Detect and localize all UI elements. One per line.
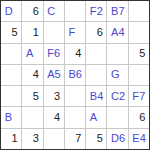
cell-pair: 6 <box>26 6 39 17</box>
cell-r1c3[interactable]: C <box>44 1 64 21</box>
cell-pair: D6 <box>111 133 124 144</box>
cell-pair: B6 <box>68 69 81 80</box>
cell-r3c5[interactable] <box>86 44 106 64</box>
cell-pair: F6 <box>47 48 60 59</box>
cell-letter: B <box>90 91 97 102</box>
cell-r1c6[interactable]: B7 <box>107 1 127 21</box>
cell-digit: 7 <box>75 133 81 144</box>
cell-r7c6[interactable]: D6 <box>107 129 127 149</box>
cell-digit: 6 <box>33 6 39 17</box>
cell-r1c7[interactable] <box>129 1 149 21</box>
cell-r3c6[interactable] <box>107 44 127 64</box>
cell-r5c5[interactable]: B4 <box>86 86 106 106</box>
cell-digit: 4 <box>140 133 146 144</box>
cell-pair: 6 <box>90 27 103 38</box>
cell-r4c2[interactable]: 4 <box>22 65 42 85</box>
cell-digit: 7 <box>139 91 145 102</box>
cell-digit: 6 <box>97 27 103 38</box>
cell-r7c7[interactable]: E4 <box>129 129 149 149</box>
cell-letter: B <box>5 112 12 123</box>
cell-r7c5[interactable]: 5 <box>86 129 106 149</box>
cell-r4c4[interactable]: B6 <box>65 65 85 85</box>
cell-pair: C2 <box>111 91 124 102</box>
cell-r4c7[interactable] <box>129 65 149 85</box>
cell-digit: 4 <box>75 48 81 59</box>
cell-r1c4[interactable] <box>65 1 85 21</box>
cell-r1c1[interactable]: D <box>1 1 21 21</box>
cell-r3c3[interactable]: F6 <box>44 44 64 64</box>
cell-letter: E <box>132 133 139 144</box>
cell-r4c1[interactable] <box>1 65 21 85</box>
cell-pair: F <box>68 27 81 38</box>
cell-pair: 4 <box>47 112 60 123</box>
cell-r2c3[interactable] <box>44 22 64 42</box>
cell-pair: 3 <box>26 133 39 144</box>
cell-pair: 3 <box>47 91 60 102</box>
cell-r1c5[interactable]: F2 <box>86 1 106 21</box>
cell-pair: 5 <box>90 133 103 144</box>
puzzle-board: D6CF2B751F6A4AF6454A5B6G53B4C2F7B4A61375… <box>0 0 150 150</box>
cell-digit: 5 <box>97 133 103 144</box>
cell-digit: 6 <box>139 112 145 123</box>
cell-r6c6[interactable] <box>107 107 127 127</box>
cell-pair: 5 <box>132 48 145 59</box>
cell-pair: B4 <box>90 91 103 102</box>
cell-pair: A5 <box>47 69 60 80</box>
cell-r4c6[interactable]: G <box>107 65 127 85</box>
cell-digit: 6 <box>119 133 125 144</box>
cell-letter: A <box>47 69 54 80</box>
cell-letter: A <box>90 112 97 123</box>
cell-digit: 7 <box>118 6 124 17</box>
cell-pair: A <box>26 48 39 59</box>
cell-r3c7[interactable]: 5 <box>129 44 149 64</box>
cell-r3c1[interactable] <box>1 44 21 64</box>
cell-r7c3[interactable] <box>44 129 64 149</box>
cell-digit: 6 <box>76 69 82 80</box>
cell-pair: F2 <box>90 6 103 17</box>
cell-r2c2[interactable]: 1 <box>22 22 42 42</box>
cell-letter: G <box>111 69 120 80</box>
cell-digit: 3 <box>54 91 60 102</box>
cell-pair: 7 <box>68 133 81 144</box>
cell-letter: B <box>111 6 118 17</box>
cell-pair: 1 <box>26 27 39 38</box>
cell-digit: 4 <box>97 91 103 102</box>
cell-r2c1[interactable]: 5 <box>1 22 21 42</box>
cell-digit: 5 <box>55 69 61 80</box>
cell-r7c4[interactable]: 7 <box>65 129 85 149</box>
cell-r5c4[interactable] <box>65 86 85 106</box>
cell-r6c5[interactable]: A <box>86 107 106 127</box>
cell-digit: 4 <box>33 69 39 80</box>
cell-letter: A <box>111 27 118 38</box>
cell-letter: F <box>132 91 139 102</box>
cell-r5c3[interactable]: 3 <box>44 86 64 106</box>
cell-digit: 5 <box>12 27 18 38</box>
cell-pair: D <box>5 6 18 17</box>
cell-r2c6[interactable]: A4 <box>107 22 127 42</box>
cell-letter: C <box>111 91 119 102</box>
cell-r6c4[interactable] <box>65 107 85 127</box>
cell-digit: 5 <box>33 91 39 102</box>
cell-r7c1[interactable]: 1 <box>1 129 21 149</box>
cell-r1c2[interactable]: 6 <box>22 1 42 21</box>
cell-letter: C <box>47 6 55 17</box>
cell-letter: F <box>90 6 97 17</box>
cell-letter: D <box>111 133 119 144</box>
cell-pair: A4 <box>111 27 124 38</box>
cell-r3c2[interactable]: A <box>22 44 42 64</box>
cell-r6c7[interactable]: 6 <box>129 107 149 127</box>
cell-digit: 1 <box>33 27 39 38</box>
cell-digit: 1 <box>12 133 18 144</box>
cell-pair: B7 <box>111 6 124 17</box>
cell-letter: A <box>26 48 33 59</box>
cell-pair: 1 <box>5 133 18 144</box>
cell-pair: 4 <box>68 48 81 59</box>
cell-pair: B <box>5 112 18 123</box>
cell-r2c5[interactable]: 6 <box>86 22 106 42</box>
cell-r4c5[interactable] <box>86 65 106 85</box>
cell-letter: D <box>5 6 13 17</box>
cell-digit: 5 <box>139 48 145 59</box>
cell-r5c1[interactable] <box>1 86 21 106</box>
cell-pair: 6 <box>132 112 145 123</box>
cell-r5c2[interactable]: 5 <box>22 86 42 106</box>
cell-r3c4[interactable]: 4 <box>65 44 85 64</box>
cell-pair: G <box>111 69 124 80</box>
cell-r5c7[interactable]: F7 <box>129 86 149 106</box>
cell-r6c3[interactable]: 4 <box>44 107 64 127</box>
cell-r4c3[interactable]: A5 <box>44 65 64 85</box>
cell-letter: B <box>68 69 75 80</box>
cell-digit: 2 <box>97 6 103 17</box>
cell-r6c2[interactable] <box>22 107 42 127</box>
cell-pair: F7 <box>132 91 145 102</box>
cell-r5c6[interactable]: C2 <box>107 86 127 106</box>
cell-letter: F <box>47 48 54 59</box>
cell-pair: 5 <box>5 27 18 38</box>
cell-digit: 6 <box>54 48 60 59</box>
cell-digit: 4 <box>54 112 60 123</box>
cell-pair: E4 <box>132 133 145 144</box>
cell-pair: 5 <box>26 91 39 102</box>
cell-r6c1[interactable]: B <box>1 107 21 127</box>
cell-digit: 3 <box>33 133 39 144</box>
cell-r2c7[interactable] <box>129 22 149 42</box>
cell-pair: 4 <box>26 69 39 80</box>
cell-r7c2[interactable]: 3 <box>22 129 42 149</box>
cell-digit: 2 <box>119 91 125 102</box>
cell-r2c4[interactable]: F <box>65 22 85 42</box>
cell-letter: F <box>68 27 75 38</box>
cell-pair: C <box>47 6 60 17</box>
cell-digit: 4 <box>118 27 124 38</box>
cell-pair: A <box>90 112 103 123</box>
